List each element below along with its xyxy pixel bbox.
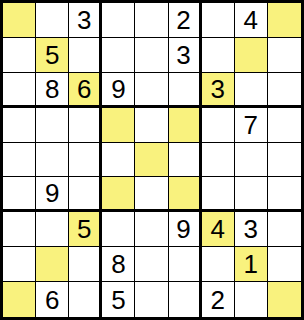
cell-r4c8[interactable]: 7 — [235, 108, 268, 143]
cell-r2c7[interactable] — [202, 38, 235, 73]
cell-r7c1[interactable] — [3, 212, 36, 247]
cell-r3c5[interactable] — [135, 73, 168, 108]
cell-r9c5[interactable] — [135, 282, 168, 317]
cell-r6c2[interactable]: 9 — [36, 177, 69, 212]
cell-r9c2[interactable]: 6 — [36, 282, 69, 317]
cell-r6c1[interactable] — [3, 177, 36, 212]
cell-r8c6[interactable] — [169, 247, 202, 282]
cell-r5c6[interactable] — [169, 143, 202, 178]
cell-r5c8[interactable] — [235, 143, 268, 178]
cell-r1c4[interactable] — [102, 3, 135, 38]
cell-r3c1[interactable] — [3, 73, 36, 108]
cell-r1c2[interactable] — [36, 3, 69, 38]
cell-r1c7[interactable] — [202, 3, 235, 38]
cell-r8c4[interactable]: 8 — [102, 247, 135, 282]
cell-r2c2[interactable]: 5 — [36, 38, 69, 73]
cell-r7c2[interactable] — [36, 212, 69, 247]
cell-r5c1[interactable] — [3, 143, 36, 178]
cell-r5c9[interactable] — [268, 143, 301, 178]
cell-r9c4[interactable]: 5 — [102, 282, 135, 317]
cell-r5c4[interactable] — [102, 143, 135, 178]
cell-r4c9[interactable] — [268, 108, 301, 143]
cell-r1c5[interactable] — [135, 3, 168, 38]
cell-r1c8[interactable]: 4 — [235, 3, 268, 38]
cell-r5c3[interactable] — [69, 143, 102, 178]
cell-r1c9[interactable] — [268, 3, 301, 38]
cell-r6c4[interactable] — [102, 177, 135, 212]
cell-r1c3[interactable]: 3 — [69, 3, 102, 38]
sudoku-board: 32453869379594381652 — [0, 0, 304, 320]
cell-r1c6[interactable]: 2 — [169, 3, 202, 38]
cell-r2c1[interactable] — [3, 38, 36, 73]
cell-r4c1[interactable] — [3, 108, 36, 143]
cell-r4c7[interactable] — [202, 108, 235, 143]
cell-r2c5[interactable] — [135, 38, 168, 73]
cell-r7c6[interactable]: 9 — [169, 212, 202, 247]
cell-r5c7[interactable] — [202, 143, 235, 178]
cell-r7c5[interactable] — [135, 212, 168, 247]
cell-r7c4[interactable] — [102, 212, 135, 247]
cell-r5c5[interactable] — [135, 143, 168, 178]
cell-r7c9[interactable] — [268, 212, 301, 247]
cell-r4c2[interactable] — [36, 108, 69, 143]
cell-r8c2[interactable] — [36, 247, 69, 282]
cell-r9c8[interactable] — [235, 282, 268, 317]
cell-r7c8[interactable]: 3 — [235, 212, 268, 247]
cell-r9c3[interactable] — [69, 282, 102, 317]
cell-r9c7[interactable]: 2 — [202, 282, 235, 317]
cell-r6c9[interactable] — [268, 177, 301, 212]
cell-r3c7[interactable]: 3 — [202, 73, 235, 108]
cell-r8c5[interactable] — [135, 247, 168, 282]
cell-r7c3[interactable]: 5 — [69, 212, 102, 247]
cell-r3c4[interactable]: 9 — [102, 73, 135, 108]
cell-r3c2[interactable]: 8 — [36, 73, 69, 108]
cell-r1c1[interactable] — [3, 3, 36, 38]
cell-r2c3[interactable] — [69, 38, 102, 73]
cell-r4c4[interactable] — [102, 108, 135, 143]
cell-r3c6[interactable] — [169, 73, 202, 108]
cell-r6c6[interactable] — [169, 177, 202, 212]
cell-r6c7[interactable] — [202, 177, 235, 212]
cell-r8c9[interactable] — [268, 247, 301, 282]
cell-r5c2[interactable] — [36, 143, 69, 178]
cell-r2c8[interactable] — [235, 38, 268, 73]
cell-r4c3[interactable] — [69, 108, 102, 143]
cell-r8c1[interactable] — [3, 247, 36, 282]
cell-r4c6[interactable] — [169, 108, 202, 143]
cell-r3c8[interactable] — [235, 73, 268, 108]
cell-r7c7[interactable]: 4 — [202, 212, 235, 247]
cell-r8c3[interactable] — [69, 247, 102, 282]
cell-r9c6[interactable] — [169, 282, 202, 317]
cell-r6c3[interactable] — [69, 177, 102, 212]
cell-r3c3[interactable]: 6 — [69, 73, 102, 108]
cell-r9c9[interactable] — [268, 282, 301, 317]
cell-r3c9[interactable] — [268, 73, 301, 108]
cell-r2c9[interactable] — [268, 38, 301, 73]
cell-r6c8[interactable] — [235, 177, 268, 212]
cell-r4c5[interactable] — [135, 108, 168, 143]
cell-r2c4[interactable] — [102, 38, 135, 73]
cell-r6c5[interactable] — [135, 177, 168, 212]
cell-r8c8[interactable]: 1 — [235, 247, 268, 282]
cell-r2c6[interactable]: 3 — [169, 38, 202, 73]
cell-r9c1[interactable] — [3, 282, 36, 317]
cell-r8c7[interactable] — [202, 247, 235, 282]
